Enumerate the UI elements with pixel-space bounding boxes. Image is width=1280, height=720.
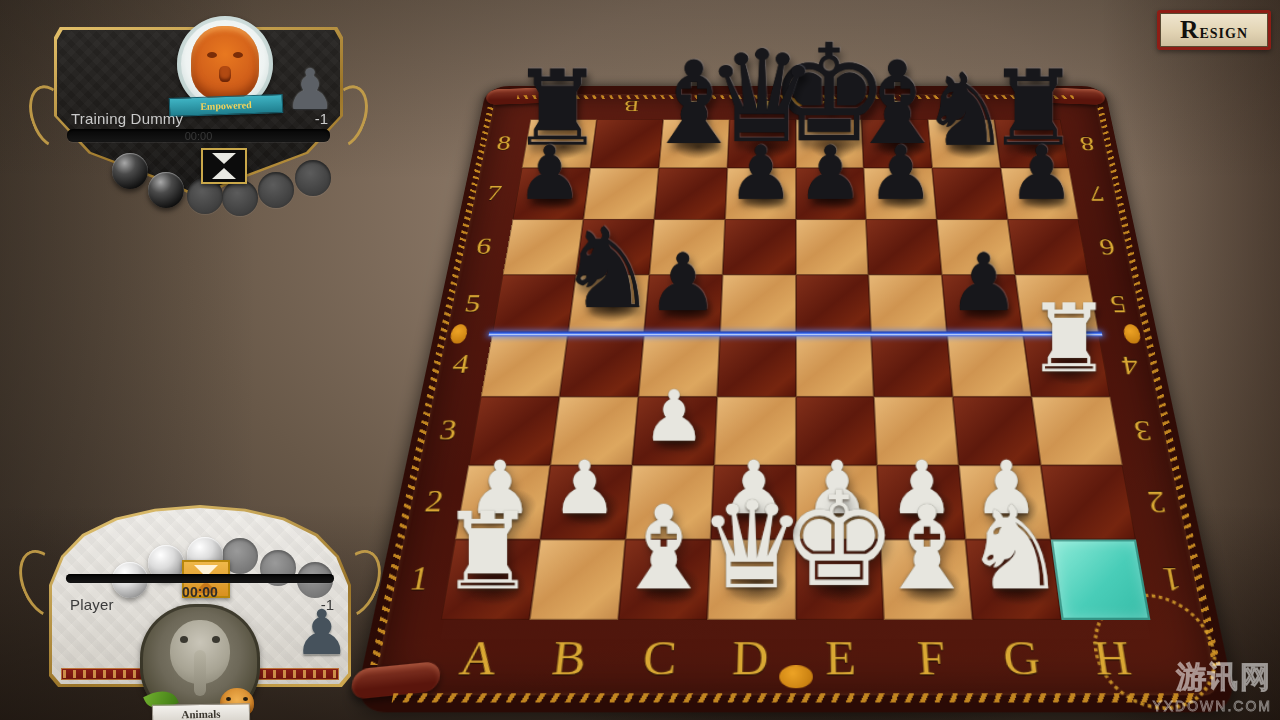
square-h4[interactable]: ♜ xyxy=(1023,334,1110,398)
black-knight-b5[interactable]: ♞ xyxy=(557,216,657,322)
black-pawn-e7[interactable]: ♟ xyxy=(797,138,863,208)
opponent-timer: 00:00 xyxy=(67,130,330,142)
opponent-name: Training Dummy xyxy=(71,110,183,127)
lion-face-icon xyxy=(191,26,259,100)
duel-stone-empty xyxy=(295,160,331,196)
duel-stone-filled xyxy=(112,153,148,189)
square-c1[interactable]: ♝ xyxy=(618,540,710,620)
player-timer-bar xyxy=(66,574,334,583)
white-bishop-c1[interactable]: ♝ xyxy=(612,493,716,603)
black-pawn-c5[interactable]: ♟ xyxy=(647,246,718,321)
white-rook-h4[interactable]: ♜ xyxy=(1027,294,1112,384)
resign-button-label: Resign xyxy=(1180,15,1248,45)
chess-board: ♜♝♛♚♝♞♜♟♟♟♟♟♞♟♟♜♟♟♟♟♟♟♟♜♝♛♚♝♞AABBCCDDEEF… xyxy=(441,120,1151,620)
white-knight-g1[interactable]: ♞ xyxy=(963,493,1067,603)
watermark: 游讯网 YXDOWN.COM xyxy=(1152,657,1272,714)
square-e4[interactable] xyxy=(796,334,875,398)
square-d1[interactable]: ♛ xyxy=(707,540,796,620)
duel-stone-filled xyxy=(148,172,184,208)
resign-button[interactable]: Resign xyxy=(1157,10,1271,50)
duel-hourglass-icon xyxy=(201,148,247,184)
opponent-score: -1 xyxy=(288,110,328,127)
square-f1[interactable]: ♝ xyxy=(881,540,973,620)
white-rook-a1[interactable]: ♜ xyxy=(440,502,536,603)
watermark-chinese: 游讯网 xyxy=(1152,657,1272,698)
black-pawn-f7[interactable]: ♟ xyxy=(868,138,934,208)
army-banner: Empowered xyxy=(169,94,284,117)
square-c3[interactable]: ♟ xyxy=(632,397,717,465)
square-d4[interactable] xyxy=(717,334,796,398)
square-g1[interactable]: ♞ xyxy=(966,540,1062,620)
square-f4[interactable] xyxy=(871,334,953,398)
white-pawn-b2[interactable]: ♟ xyxy=(551,455,617,525)
white-pawn-c3[interactable]: ♟ xyxy=(642,384,705,451)
black-pawn-g5[interactable]: ♟ xyxy=(948,246,1019,321)
army-banner-label: Empowered xyxy=(200,99,252,112)
opponent-panel: Empowered ♟ Training Dummy -1 00:00 xyxy=(57,30,340,195)
duel-stone-empty xyxy=(258,172,294,208)
duel-stone-empty xyxy=(222,180,258,216)
side-pawn-icon: ♟ xyxy=(294,602,350,664)
watermark-url: YXDOWN.COM xyxy=(1152,698,1272,714)
elephant-face-icon xyxy=(170,620,230,684)
black-pawn-a7[interactable]: ♟ xyxy=(516,138,582,208)
player-panel: 00:00 Player -1 Animals ♟ xyxy=(52,508,348,684)
black-pawn-h7[interactable]: ♟ xyxy=(1008,138,1074,208)
square-a1[interactable]: ♜ xyxy=(441,540,541,620)
square-b5[interactable]: ♞ xyxy=(568,274,649,333)
player-name: Player xyxy=(70,596,114,613)
square-g4[interactable] xyxy=(947,334,1031,398)
square-e1[interactable]: ♚ xyxy=(796,540,885,620)
board-scene: ♜♝♛♚♝♞♜♟♟♟♟♟♞♟♟♜♟♟♟♟♟♟♟♜♝♛♚♝♞AABBCCDDEEF… xyxy=(492,30,1099,637)
black-pawn-d7[interactable]: ♟ xyxy=(727,138,793,208)
square-g5[interactable]: ♟ xyxy=(942,274,1023,333)
square-a4[interactable] xyxy=(481,334,568,398)
opponent-timer-bar: 00:00 xyxy=(67,129,330,142)
square-b4[interactable] xyxy=(559,334,643,398)
army-banner: Animals xyxy=(152,703,250,720)
army-banner-label: Animals xyxy=(181,707,220,720)
